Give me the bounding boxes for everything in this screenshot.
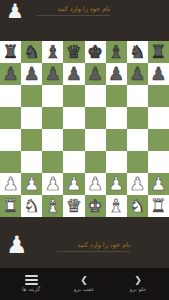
square-h2[interactable]: ♟ (148, 173, 169, 195)
square-g1[interactable]: ♞ (127, 195, 148, 217)
square-e1[interactable]: ♚ (85, 195, 106, 217)
black-bishop: ♝ (108, 43, 124, 61)
square-f3[interactable] (106, 151, 127, 173)
square-d5[interactable] (63, 107, 84, 129)
square-b5[interactable] (21, 107, 42, 129)
square-a6[interactable] (0, 85, 21, 107)
forward-button[interactable]: ❯ جلو برو (115, 268, 161, 300)
black-knight: ♞ (129, 43, 145, 61)
black-pawn: ♟ (129, 65, 145, 83)
square-e7[interactable]: ♟ (85, 63, 106, 85)
black-rook: ♜ (2, 43, 18, 61)
white-pawn: ♟ (108, 175, 124, 193)
square-e6[interactable] (85, 85, 106, 107)
square-a3[interactable] (0, 151, 21, 173)
square-f1[interactable]: ♝ (106, 195, 127, 217)
square-c3[interactable] (42, 151, 63, 173)
square-e2[interactable]: ♟ (85, 173, 106, 195)
white-queen: ♛ (66, 197, 82, 215)
chess-board: ♜♞♝♛♚♝♞♜♟♟♟♟♟♟♟♟♟♟♟♟♟♟♟♟♜♞♝♛♚♝♞♜ (0, 41, 169, 217)
square-b6[interactable] (21, 85, 42, 107)
options-button[interactable]: گزینه ها (8, 268, 54, 300)
square-h6[interactable] (148, 85, 169, 107)
menu-icon (25, 275, 38, 285)
white-bishop: ♝ (108, 197, 124, 215)
square-h4[interactable] (148, 129, 169, 151)
square-b8[interactable]: ♞ (21, 41, 42, 63)
square-g6[interactable] (127, 85, 148, 107)
square-f4[interactable] (106, 129, 127, 151)
square-a7[interactable]: ♟ (0, 63, 21, 85)
white-rook: ♜ (2, 197, 18, 215)
white-pawn: ♟ (45, 175, 61, 193)
chevron-right-icon: ❯ (134, 276, 142, 285)
square-h8[interactable]: ♜ (148, 41, 169, 63)
white-knight: ♞ (24, 197, 40, 215)
square-e3[interactable] (85, 151, 106, 173)
white-pawn: ♟ (129, 175, 145, 193)
pawn-icon: ♟ (6, 233, 28, 257)
square-b1[interactable]: ♞ (21, 195, 42, 217)
square-h1[interactable]: ♜ (148, 195, 169, 217)
black-pawn: ♟ (108, 65, 124, 83)
square-b4[interactable] (21, 129, 42, 151)
square-c2[interactable]: ♟ (42, 173, 63, 195)
square-d3[interactable] (63, 151, 84, 173)
white-knight: ♞ (129, 197, 145, 215)
black-pawn: ♟ (24, 65, 40, 83)
chevron-left-icon: ❮ (80, 276, 88, 285)
square-b2[interactable]: ♟ (21, 173, 42, 195)
square-a1[interactable]: ♜ (0, 195, 21, 217)
square-f8[interactable]: ♝ (106, 41, 127, 63)
square-c1[interactable]: ♝ (42, 195, 63, 217)
square-a5[interactable] (0, 107, 21, 129)
black-pawn: ♟ (66, 65, 82, 83)
bottom-nav-bar: گزینه ها ❮ عقب برو ❯ جلو برو (0, 268, 169, 300)
square-e5[interactable] (85, 107, 106, 129)
top-player-panel: ♟ (0, 0, 169, 41)
square-g7[interactable]: ♟ (127, 63, 148, 85)
square-e4[interactable] (85, 129, 106, 151)
square-g3[interactable] (127, 151, 148, 173)
bottom-player-name-input[interactable] (57, 239, 130, 252)
back-button[interactable]: ❮ عقب برو (61, 268, 107, 300)
square-d8[interactable]: ♛ (63, 41, 84, 63)
black-queen: ♛ (66, 43, 82, 61)
pawn-icon: ♟ (6, 1, 24, 21)
square-d2[interactable]: ♟ (63, 173, 84, 195)
square-f7[interactable]: ♟ (106, 63, 127, 85)
square-g4[interactable] (127, 129, 148, 151)
square-d4[interactable] (63, 129, 84, 151)
square-b7[interactable]: ♟ (21, 63, 42, 85)
white-pawn: ♟ (66, 175, 82, 193)
square-h7[interactable]: ♟ (148, 63, 169, 85)
black-pawn: ♟ (45, 65, 61, 83)
forward-label: جلو برو (129, 287, 146, 293)
black-bishop: ♝ (45, 43, 61, 61)
square-g8[interactable]: ♞ (127, 41, 148, 63)
square-d6[interactable] (63, 85, 84, 107)
white-rook: ♜ (150, 197, 166, 215)
options-label: گزینه ها (22, 287, 40, 293)
black-pawn: ♟ (150, 65, 166, 83)
square-a4[interactable] (0, 129, 21, 151)
square-d1[interactable]: ♛ (63, 195, 84, 217)
square-c5[interactable] (42, 107, 63, 129)
white-king: ♚ (87, 197, 103, 215)
black-pawn: ♟ (2, 65, 18, 83)
white-pawn: ♟ (150, 175, 166, 193)
black-pawn: ♟ (87, 65, 103, 83)
square-b3[interactable] (21, 151, 42, 173)
square-d7[interactable]: ♟ (63, 63, 84, 85)
square-c6[interactable] (42, 85, 63, 107)
white-bishop: ♝ (45, 197, 61, 215)
square-a2[interactable]: ♟ (0, 173, 21, 195)
white-pawn: ♟ (87, 175, 103, 193)
black-rook: ♜ (150, 43, 166, 61)
square-g2[interactable]: ♟ (127, 173, 148, 195)
chess-app: ♟ ♜♞♝♛♚♝♞♜♟♟♟♟♟♟♟♟♟♟♟♟♟♟♟♟♜♞♝♛♚♝♞♜ ♟ گزی… (0, 0, 169, 300)
square-c7[interactable]: ♟ (42, 63, 63, 85)
white-pawn: ♟ (2, 175, 18, 193)
square-h5[interactable] (148, 107, 169, 129)
square-f5[interactable] (106, 107, 127, 129)
square-g5[interactable] (127, 107, 148, 129)
square-f2[interactable]: ♟ (106, 173, 127, 195)
black-king: ♚ (87, 43, 103, 61)
back-label: عقب برو (74, 287, 94, 293)
black-knight: ♞ (24, 43, 40, 61)
square-c8[interactable]: ♝ (42, 41, 63, 63)
top-player-name-input[interactable] (37, 3, 110, 16)
square-c4[interactable] (42, 129, 63, 151)
white-pawn: ♟ (24, 175, 40, 193)
square-a8[interactable]: ♜ (0, 41, 21, 63)
square-h3[interactable] (148, 151, 169, 173)
square-f6[interactable] (106, 85, 127, 107)
square-e8[interactable]: ♚ (85, 41, 106, 63)
